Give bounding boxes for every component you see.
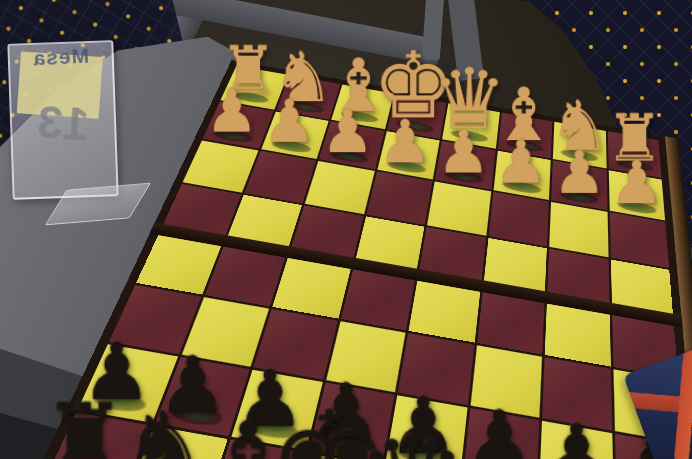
table-number-sign: Mesa 13 [7, 40, 118, 200]
chess-board-area: ♜♞♝♚♛♝♞♜♟♟♟♟♟♟♟♟♟♟♟♟♟♟♟♟♜♞♝♚♛♝♞♜ [155, 60, 665, 459]
sign-table-number: 13 [11, 93, 116, 152]
square-b3 [549, 202, 608, 257]
white-pawn: ♟ [205, 82, 258, 141]
black-rook: ♜ [41, 391, 127, 459]
square-c3 [488, 192, 549, 246]
white-pawn: ♟ [495, 133, 548, 192]
black-pawn: ♟ [541, 414, 611, 459]
black-bishop: ♝ [445, 451, 543, 459]
square-d3 [427, 181, 491, 235]
tournament-photo-scene: ♜♞♝♚♛♝♞♜♟♟♟♟♟♟♟♟♟♟♟♟♟♟♟♟♜♞♝♚♛♝♞♜ Mesa 13 [0, 0, 692, 459]
square-f3 [305, 161, 374, 214]
white-pawn: ♟ [321, 103, 374, 162]
white-pawn: ♟ [610, 154, 663, 213]
white-pawn: ♟ [552, 143, 605, 202]
square-a3 [609, 212, 669, 267]
white-pawn: ♟ [379, 113, 432, 172]
square-b7: ♟ [539, 421, 613, 459]
white-pawn: ♟ [263, 92, 316, 151]
square-e3 [366, 171, 432, 224]
black-knight: ♞ [120, 400, 212, 459]
white-pawn: ♟ [437, 123, 490, 182]
